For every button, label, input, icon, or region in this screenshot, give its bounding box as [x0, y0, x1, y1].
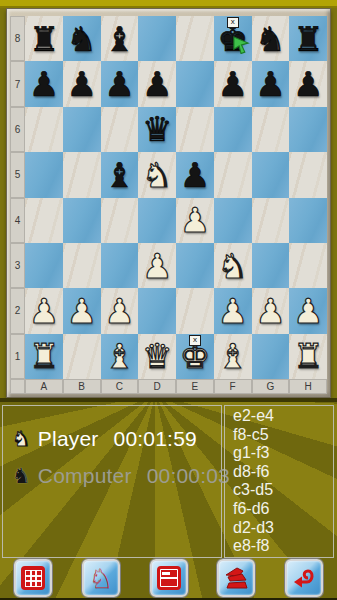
square-b5[interactable]	[63, 152, 101, 197]
rank-label-5: 5	[10, 152, 25, 197]
square-d7[interactable]: ♟	[138, 61, 176, 106]
square-d1[interactable]: ♛	[138, 334, 176, 379]
black-pawn: ♟	[293, 67, 323, 101]
file-label-b: B	[63, 379, 101, 394]
black-bishop: ♝	[104, 22, 134, 56]
black-queen: ♛	[142, 112, 172, 146]
white-pawn: ♟	[217, 294, 247, 328]
move-entry: d8-f6	[233, 463, 333, 482]
computer-move-button[interactable]	[217, 559, 255, 597]
rank-label-3: 3	[10, 243, 25, 288]
square-h1[interactable]: ♜	[289, 334, 327, 379]
black-bishop: ♝	[104, 158, 134, 192]
undo-arrow-icon	[291, 565, 317, 591]
square-f8[interactable]: ♚x	[214, 16, 252, 61]
move-entry: e2-e4	[233, 407, 333, 426]
square-e8[interactable]	[176, 16, 214, 61]
square-c8[interactable]: ♝	[101, 16, 139, 61]
square-a4[interactable]	[25, 198, 63, 243]
file-label-f: F	[214, 379, 252, 394]
white-rook: ♜	[293, 339, 323, 373]
file-label-d: D	[138, 379, 176, 394]
computer-name: Computer	[38, 464, 132, 488]
board-corner-label	[10, 379, 25, 394]
square-g5[interactable]	[252, 152, 290, 197]
computer-clock: 00:00:03	[147, 464, 230, 488]
black-pawn: ♟	[29, 67, 59, 101]
chess-board-frame: 8♜♞♝♚x♞♜7♟♟♟♟♟♟♟6♛5♝♞♟4♟3♟♞2♟♟♟♟♟♟1♜♝♛♚x…	[6, 8, 331, 398]
square-e4[interactable]: ♟	[176, 198, 214, 243]
white-knight-icon: ♞	[12, 429, 31, 450]
square-e3[interactable]	[176, 243, 214, 288]
black-knight-icon: ♞	[12, 466, 31, 487]
square-a7[interactable]: ♟	[25, 61, 63, 106]
rank-label-6: 6	[10, 107, 25, 152]
square-c7[interactable]: ♟	[101, 61, 139, 106]
moving-piece-icon	[223, 565, 249, 591]
black-pawn: ♟	[180, 158, 210, 192]
black-pawn: ♟	[104, 67, 134, 101]
square-h6[interactable]	[289, 107, 327, 152]
player-row-white: ♞ Player 00:01:59	[3, 427, 221, 451]
white-bishop: ♝	[104, 339, 134, 373]
black-rook: ♜	[293, 22, 323, 56]
square-g4[interactable]	[252, 198, 290, 243]
white-knight: ♞	[142, 158, 172, 192]
move-entry: g1-f3	[233, 444, 333, 463]
square-a5[interactable]	[25, 152, 63, 197]
white-pawn: ♟	[104, 294, 134, 328]
rank-label-4: 4	[10, 198, 25, 243]
square-f3[interactable]: ♞	[214, 243, 252, 288]
square-e5[interactable]: ♟	[176, 152, 214, 197]
file-label-h: H	[289, 379, 327, 394]
square-c4[interactable]	[101, 198, 139, 243]
square-e2[interactable]	[176, 288, 214, 333]
file-label-a: A	[25, 379, 63, 394]
player-row-black: ♞ Computer 00:00:03	[3, 464, 221, 488]
square-e1[interactable]: ♚x	[176, 334, 214, 379]
white-pawn: ♟	[255, 294, 285, 328]
knight-piece-button[interactable]: ♘	[82, 559, 120, 597]
square-a3[interactable]	[25, 243, 63, 288]
square-a8[interactable]: ♜	[25, 16, 63, 61]
player-name: Player	[38, 427, 99, 451]
white-knight: ♞	[217, 249, 247, 283]
black-pawn: ♟	[255, 67, 285, 101]
white-pawn: ♟	[29, 294, 59, 328]
square-b8[interactable]: ♞	[63, 16, 101, 61]
square-h3[interactable]	[289, 243, 327, 288]
square-b4[interactable]	[63, 198, 101, 243]
square-g3[interactable]	[252, 243, 290, 288]
square-d2[interactable]	[138, 288, 176, 333]
square-f6[interactable]	[214, 107, 252, 152]
square-g7[interactable]: ♟	[252, 61, 290, 106]
square-h4[interactable]	[289, 198, 327, 243]
square-d4[interactable]	[138, 198, 176, 243]
square-b2[interactable]: ♟	[63, 288, 101, 333]
square-h2[interactable]: ♟	[289, 288, 327, 333]
square-e7[interactable]	[176, 61, 214, 106]
square-e6[interactable]	[176, 107, 214, 152]
last-move-arrow-icon	[232, 35, 251, 54]
white-pawn: ♟	[66, 294, 96, 328]
move-entry: f8-c5	[233, 426, 333, 445]
chess-app-screen: 8♜♞♝♚x♞♜7♟♟♟♟♟♟♟6♛5♝♞♟4♟3♟♞2♟♟♟♟♟♟1♜♝♛♚x…	[0, 0, 337, 600]
move-entry: d2-d3	[233, 519, 333, 538]
rank-label-7: 7	[10, 61, 25, 106]
file-label-e: E	[176, 379, 214, 394]
square-g6[interactable]	[252, 107, 290, 152]
move-entry: c3-d5	[233, 481, 333, 500]
white-pawn: ♟	[180, 203, 210, 237]
square-d6[interactable]: ♛	[138, 107, 176, 152]
square-f7[interactable]: ♟	[214, 61, 252, 106]
rank-label-2: 2	[10, 288, 25, 333]
grid-icon	[21, 566, 45, 590]
square-g2[interactable]: ♟	[252, 288, 290, 333]
square-h8[interactable]: ♜	[289, 16, 327, 61]
info-panel: ♞ Player 00:01:59 ♞ Computer 00:00:03 e2…	[0, 402, 337, 600]
takeback-button[interactable]	[285, 559, 323, 597]
square-c6[interactable]	[101, 107, 139, 152]
square-f2[interactable]: ♟	[214, 288, 252, 333]
move-entry: e8-f8	[233, 537, 333, 556]
players-clock-box: ♞ Player 00:01:59 ♞ Computer 00:00:03	[2, 405, 222, 558]
square-g8[interactable]: ♞	[252, 16, 290, 61]
square-c5[interactable]: ♝	[101, 152, 139, 197]
chess-board: 8♜♞♝♚x♞♜7♟♟♟♟♟♟♟6♛5♝♞♟4♟3♟♞2♟♟♟♟♟♟1♜♝♛♚x…	[10, 16, 327, 394]
move-list[interactable]: e2-e4f8-c5g1-f3d8-f6c3-d5f6-d6d2-d3e8-f8	[224, 405, 334, 558]
square-h7[interactable]: ♟	[289, 61, 327, 106]
black-pawn: ♟	[142, 67, 172, 101]
square-h5[interactable]	[289, 152, 327, 197]
toolbar: ♘	[0, 559, 337, 600]
square-a2[interactable]: ♟	[25, 288, 63, 333]
black-pawn: ♟	[66, 67, 96, 101]
split-board-button[interactable]	[150, 559, 188, 597]
rank-label-1: 1	[10, 334, 25, 379]
square-g1[interactable]	[252, 334, 290, 379]
square-a6[interactable]	[25, 107, 63, 152]
file-label-c: C	[101, 379, 139, 394]
square-f1[interactable]: ♝	[214, 334, 252, 379]
square-c3[interactable]	[101, 243, 139, 288]
black-pawn: ♟	[217, 67, 247, 101]
white-bishop: ♝	[217, 339, 247, 373]
white-pawn: ♟	[293, 294, 323, 328]
white-rook: ♜	[29, 339, 59, 373]
rank-label-8: 8	[10, 16, 25, 61]
square-f4[interactable]	[214, 198, 252, 243]
square-c1[interactable]: ♝	[101, 334, 139, 379]
black-rook: ♜	[29, 22, 59, 56]
split-icon	[157, 566, 181, 590]
board-grid-button[interactable]	[14, 559, 52, 597]
square-d5[interactable]: ♞	[138, 152, 176, 197]
king-x-badge: x	[189, 335, 201, 346]
square-b1[interactable]	[63, 334, 101, 379]
square-f5[interactable]	[214, 152, 252, 197]
file-label-g: G	[252, 379, 290, 394]
top-bar	[0, 0, 337, 8]
white-pawn: ♟	[142, 249, 172, 283]
knight-icon: ♘	[89, 565, 113, 592]
square-d3[interactable]: ♟	[138, 243, 176, 288]
black-knight: ♞	[255, 22, 285, 56]
square-c2[interactable]: ♟	[101, 288, 139, 333]
black-knight: ♞	[66, 22, 96, 56]
white-queen: ♛	[142, 339, 172, 373]
player-clock: 00:01:59	[114, 427, 197, 451]
move-entry: f6-d6	[233, 500, 333, 519]
square-d8[interactable]	[138, 16, 176, 61]
square-b7[interactable]: ♟	[63, 61, 101, 106]
king-x-badge: x	[227, 17, 239, 28]
square-b3[interactable]	[63, 243, 101, 288]
square-b6[interactable]	[63, 107, 101, 152]
square-a1[interactable]: ♜	[25, 334, 63, 379]
